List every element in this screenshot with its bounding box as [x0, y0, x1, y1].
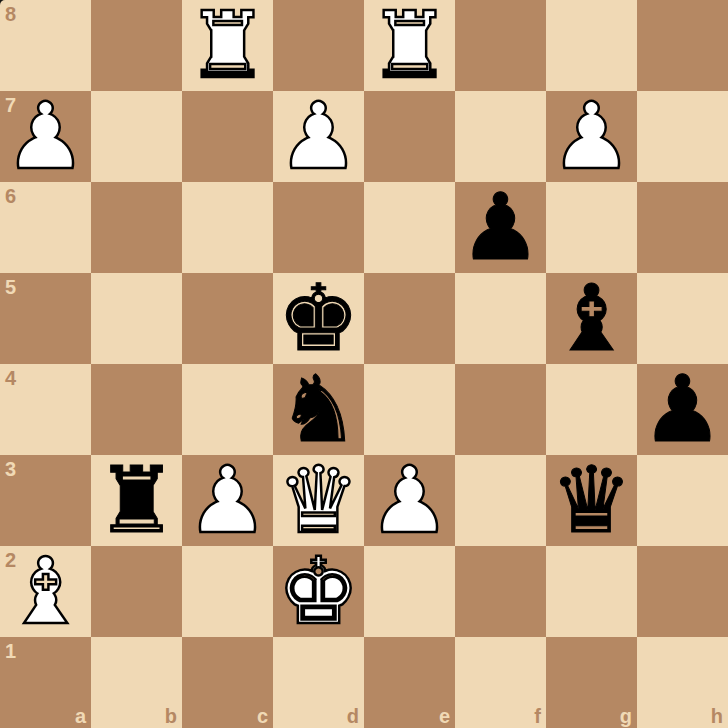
square-g7[interactable]: ♟	[546, 91, 637, 182]
square-b1[interactable]: b	[91, 637, 182, 728]
square-a3[interactable]: 3	[0, 455, 91, 546]
piece-white-pawn[interactable]: ♟	[368, 455, 450, 546]
square-a1[interactable]: 1a	[0, 637, 91, 728]
square-g4[interactable]	[546, 364, 637, 455]
square-g2[interactable]	[546, 546, 637, 637]
square-b5[interactable]	[91, 273, 182, 364]
piece-white-pawn[interactable]: ♟	[4, 91, 86, 182]
square-g1[interactable]: g	[546, 637, 637, 728]
square-g5[interactable]: ♝	[546, 273, 637, 364]
square-b3[interactable]: ♜	[91, 455, 182, 546]
square-b6[interactable]	[91, 182, 182, 273]
rank-label-3: 3	[5, 459, 16, 479]
square-a8[interactable]: 8	[0, 0, 91, 91]
piece-white-pawn[interactable]: ♟	[186, 455, 268, 546]
square-b7[interactable]	[91, 91, 182, 182]
chess-board: 8♜♜7♟♟♟6♟5♚♝4♞♟3♜♟♛♟♛2♝♚1abcdefgh	[0, 0, 728, 728]
piece-black-queen[interactable]: ♛	[550, 455, 632, 546]
square-d3[interactable]: ♛	[273, 455, 364, 546]
rank-label-7: 7	[5, 95, 16, 115]
square-b4[interactable]	[91, 364, 182, 455]
rank-label-1: 1	[5, 641, 16, 661]
square-e5[interactable]	[364, 273, 455, 364]
square-h8[interactable]	[637, 0, 728, 91]
piece-white-bishop[interactable]: ♝	[4, 546, 86, 637]
piece-black-pawn[interactable]: ♟	[459, 182, 541, 273]
piece-white-rook[interactable]: ♜	[186, 0, 268, 91]
file-label-g: g	[620, 706, 632, 726]
square-d5[interactable]: ♚	[273, 273, 364, 364]
piece-white-pawn[interactable]: ♟	[277, 91, 359, 182]
square-b8[interactable]	[91, 0, 182, 91]
rank-label-2: 2	[5, 550, 16, 570]
file-label-d: d	[347, 706, 359, 726]
square-c7[interactable]	[182, 91, 273, 182]
square-d4[interactable]: ♞	[273, 364, 364, 455]
square-h4[interactable]: ♟	[637, 364, 728, 455]
square-e1[interactable]: e	[364, 637, 455, 728]
square-a6[interactable]: 6	[0, 182, 91, 273]
square-e6[interactable]	[364, 182, 455, 273]
square-a7[interactable]: 7♟	[0, 91, 91, 182]
square-f7[interactable]	[455, 91, 546, 182]
square-h3[interactable]	[637, 455, 728, 546]
square-g8[interactable]	[546, 0, 637, 91]
square-h6[interactable]	[637, 182, 728, 273]
square-d6[interactable]	[273, 182, 364, 273]
piece-white-pawn[interactable]: ♟	[550, 91, 632, 182]
square-h1[interactable]: h	[637, 637, 728, 728]
piece-white-rook[interactable]: ♜	[368, 0, 450, 91]
square-d7[interactable]: ♟	[273, 91, 364, 182]
square-a2[interactable]: 2♝	[0, 546, 91, 637]
square-c4[interactable]	[182, 364, 273, 455]
rank-label-8: 8	[5, 4, 16, 24]
square-f3[interactable]	[455, 455, 546, 546]
piece-black-pawn[interactable]: ♟	[641, 364, 723, 455]
file-label-b: b	[165, 706, 177, 726]
square-h2[interactable]	[637, 546, 728, 637]
square-c1[interactable]: c	[182, 637, 273, 728]
file-label-c: c	[257, 706, 268, 726]
square-f2[interactable]	[455, 546, 546, 637]
file-label-f: f	[534, 706, 541, 726]
file-label-a: a	[75, 706, 86, 726]
square-e4[interactable]	[364, 364, 455, 455]
square-a4[interactable]: 4	[0, 364, 91, 455]
square-h5[interactable]	[637, 273, 728, 364]
square-f6[interactable]: ♟	[455, 182, 546, 273]
square-c8[interactable]: ♜	[182, 0, 273, 91]
file-label-e: e	[439, 706, 450, 726]
square-d2[interactable]: ♚	[273, 546, 364, 637]
rank-label-4: 4	[5, 368, 16, 388]
piece-black-knight[interactable]: ♞	[277, 364, 359, 455]
square-f1[interactable]: f	[455, 637, 546, 728]
square-e8[interactable]: ♜	[364, 0, 455, 91]
rank-label-5: 5	[5, 277, 16, 297]
square-c2[interactable]	[182, 546, 273, 637]
square-h7[interactable]	[637, 91, 728, 182]
square-g6[interactable]	[546, 182, 637, 273]
rank-label-6: 6	[5, 186, 16, 206]
square-e3[interactable]: ♟	[364, 455, 455, 546]
piece-black-king[interactable]: ♚	[277, 273, 359, 364]
square-e7[interactable]	[364, 91, 455, 182]
square-g3[interactable]: ♛	[546, 455, 637, 546]
piece-white-queen[interactable]: ♛	[277, 455, 359, 546]
square-c3[interactable]: ♟	[182, 455, 273, 546]
square-c6[interactable]	[182, 182, 273, 273]
piece-black-bishop[interactable]: ♝	[550, 273, 632, 364]
square-f5[interactable]	[455, 273, 546, 364]
file-label-h: h	[711, 706, 723, 726]
square-a5[interactable]: 5	[0, 273, 91, 364]
square-e2[interactable]	[364, 546, 455, 637]
square-c5[interactable]	[182, 273, 273, 364]
square-d1[interactable]: d	[273, 637, 364, 728]
square-f4[interactable]	[455, 364, 546, 455]
square-b2[interactable]	[91, 546, 182, 637]
square-f8[interactable]	[455, 0, 546, 91]
square-d8[interactable]	[273, 0, 364, 91]
piece-black-rook[interactable]: ♜	[95, 455, 177, 546]
piece-white-king[interactable]: ♚	[277, 546, 359, 637]
